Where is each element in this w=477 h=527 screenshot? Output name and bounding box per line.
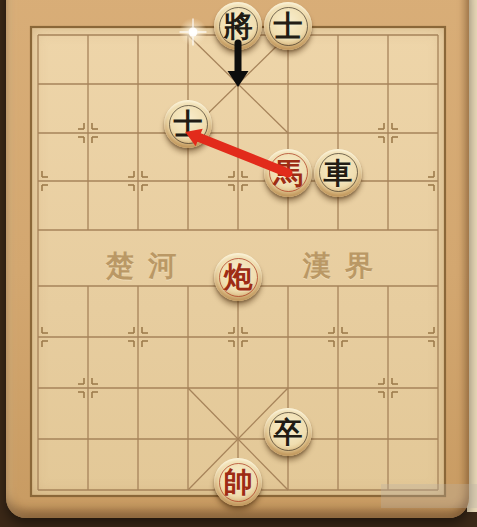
annotation-overlay	[0, 0, 477, 527]
black-move-arrow-head	[228, 71, 249, 87]
watermark-band	[381, 484, 477, 508]
red-capture-arrow-shaft	[199, 137, 288, 173]
sparkle-core	[189, 28, 198, 37]
xiangqi-board-screenshot: 楚河 漢界 將士士馬車炮卒帥	[0, 0, 477, 527]
